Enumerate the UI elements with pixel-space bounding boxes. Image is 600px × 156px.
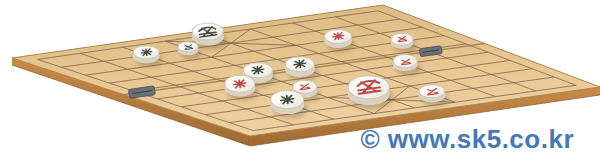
janggi-piece-han-soldier[interactable]: [393, 56, 417, 70]
piece-face: [419, 84, 446, 99]
piece-hanja-mark-馬: [229, 77, 251, 91]
janggi-piece-han-general[interactable]: [348, 78, 390, 102]
janggi-piece-han-guard[interactable]: [419, 85, 446, 100]
janggi-piece-cho-general[interactable]: [192, 25, 224, 43]
piece-hanja-mark-包: [289, 57, 310, 71]
janggi-piece-han-elephant[interactable]: [324, 30, 352, 46]
piece-hanja-mark-漢: [354, 78, 384, 97]
piece-hanja-mark-兵: [296, 81, 314, 93]
janggi-piece-han-horse[interactable]: [224, 77, 255, 95]
piece-face: [348, 76, 390, 99]
piece-hanja-mark-士: [423, 85, 442, 97]
piece-face: [133, 45, 160, 60]
piece-hanja-mark-兵: [397, 56, 414, 67]
piece-hanja-mark-兵: [394, 34, 410, 44]
watermark-text: © www.sk5.co.kr: [360, 124, 574, 155]
piece-hanja-mark-士: [181, 42, 196, 51]
piece-face: [285, 56, 315, 73]
janggi-piece-han-soldier[interactable]: [391, 34, 414, 47]
piece-hanja-mark-馬: [248, 63, 269, 77]
janggi-piece-cho-chariot[interactable]: [270, 92, 304, 111]
piece-face: [178, 41, 199, 52]
piece-hanja-mark-楚: [196, 24, 219, 39]
piece-face: [270, 90, 304, 108]
piece-hanja-mark-車: [275, 92, 299, 107]
piece-hanja-mark-象: [137, 46, 156, 58]
product-photo-stage: © www.sk5.co.kr: [0, 0, 600, 156]
janggi-piece-cho-guard[interactable]: [178, 42, 199, 54]
piece-face: [192, 23, 224, 41]
piece-hanja-mark-象: [328, 30, 348, 43]
piece-face: [324, 29, 352, 44]
janggi-piece-cho-cannon[interactable]: [285, 58, 315, 75]
piece-face: [391, 33, 414, 45]
janggi-piece-cho-elephant[interactable]: [133, 47, 160, 62]
